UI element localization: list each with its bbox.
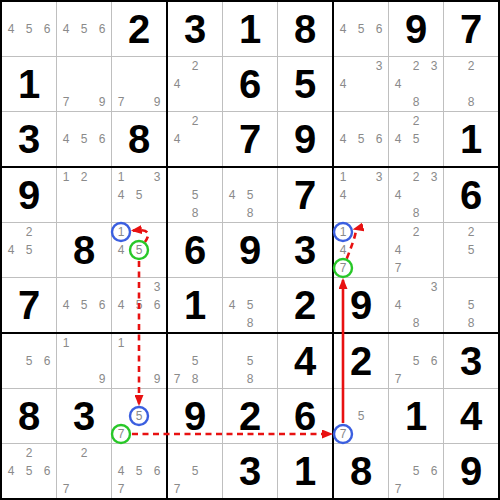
candidate-7: 7 xyxy=(389,480,407,498)
cell-r7c3[interactable]: 19 xyxy=(112,334,166,388)
cell-r8c4[interactable]: 9 xyxy=(168,389,222,443)
cell-r5c1[interactable]: 245 xyxy=(2,223,56,277)
cell-r8c1[interactable]: 8 xyxy=(2,389,56,443)
candidate-1: 1 xyxy=(57,334,75,352)
cell-r7c7[interactable]: 2 xyxy=(334,334,388,388)
cell-r1c3[interactable]: 2 xyxy=(112,2,166,56)
candidate-8: 8 xyxy=(241,314,259,332)
candidate-4: 4 xyxy=(334,186,352,204)
candidate-8: 8 xyxy=(186,204,204,222)
candidate-6: 6 xyxy=(370,20,388,38)
cell-value: 9 xyxy=(278,112,332,166)
cell-r8c5[interactable]: 2 xyxy=(223,389,277,443)
candidate-5: 5 xyxy=(352,130,370,148)
candidate-1: 1 xyxy=(112,223,130,241)
candidate-2: 2 xyxy=(407,223,425,241)
candidate-3: 3 xyxy=(425,57,443,75)
cell-r9c9[interactable]: 9 xyxy=(444,444,498,498)
cell-r4c5[interactable]: 458 xyxy=(223,168,277,222)
candidate-3: 3 xyxy=(370,168,388,186)
candidate-5: 5 xyxy=(241,296,259,314)
candidate-4: 4 xyxy=(112,241,130,259)
cell-r3c7[interactable]: 456 xyxy=(334,112,388,166)
candidate-8: 8 xyxy=(186,370,204,388)
candidate-8: 8 xyxy=(462,93,480,111)
cell-r3c9[interactable]: 1 xyxy=(444,112,498,166)
candidate-1: 1 xyxy=(57,168,75,186)
cell-r4c3[interactable]: 1345 xyxy=(112,168,166,222)
cell-value: 7 xyxy=(2,278,56,332)
candidate-4: 4 xyxy=(223,296,241,314)
cell-r5c2[interactable]: 8 xyxy=(57,223,111,277)
cell-r9c7[interactable]: 8 xyxy=(334,444,388,498)
candidate-2: 2 xyxy=(407,57,425,75)
candidate-7: 7 xyxy=(168,370,186,388)
cell-r7c1[interactable]: 56 xyxy=(2,334,56,388)
cell-value: 9 xyxy=(168,389,222,443)
candidate-5: 5 xyxy=(186,352,204,370)
candidate-8: 8 xyxy=(407,314,425,332)
candidate-5: 5 xyxy=(462,296,480,314)
cell-r4c8[interactable]: 2348 xyxy=(389,168,443,222)
candidate-1: 1 xyxy=(112,168,130,186)
candidate-7: 7 xyxy=(389,259,407,277)
candidate-1: 1 xyxy=(334,223,352,241)
sudoku-board: 4564562318456971797924653423482834568247… xyxy=(0,0,500,500)
candidate-5: 5 xyxy=(462,241,480,259)
cell-r9c4[interactable]: 57 xyxy=(168,444,222,498)
candidate-2: 2 xyxy=(75,168,93,186)
cell-r1c2[interactable]: 456 xyxy=(57,2,111,56)
cell-r3c1[interactable]: 3 xyxy=(2,112,56,166)
cell-r6c5[interactable]: 458 xyxy=(223,278,277,332)
cell-value: 3 xyxy=(278,223,332,277)
candidate-6: 6 xyxy=(425,462,443,480)
cell-value: 6 xyxy=(278,389,332,443)
cell-r5c3[interactable]: 145 xyxy=(112,223,166,277)
candidate-4: 4 xyxy=(112,296,130,314)
cell-r2c6[interactable]: 5 xyxy=(278,57,332,111)
cell-r5c7[interactable]: 147 xyxy=(334,223,388,277)
cell-r6c9[interactable]: 58 xyxy=(444,278,498,332)
cell-r5c4[interactable]: 6 xyxy=(168,223,222,277)
cell-r6c3[interactable]: 3456 xyxy=(112,278,166,332)
candidate-4: 4 xyxy=(334,75,352,93)
candidate-4: 4 xyxy=(57,296,75,314)
candidate-7: 7 xyxy=(334,259,352,277)
cell-value: 1 xyxy=(2,57,56,111)
candidate-5: 5 xyxy=(20,20,38,38)
candidate-5: 5 xyxy=(407,130,425,148)
candidate-8: 8 xyxy=(407,93,425,111)
cell-value: 6 xyxy=(444,168,498,222)
cell-r2c5[interactable]: 6 xyxy=(223,57,277,111)
cell-value: 2 xyxy=(334,334,388,388)
cell-r1c4[interactable]: 3 xyxy=(168,2,222,56)
candidate-2: 2 xyxy=(186,57,204,75)
candidate-5: 5 xyxy=(130,186,148,204)
candidate-5: 5 xyxy=(20,352,38,370)
cell-r5c5[interactable]: 9 xyxy=(223,223,277,277)
cell-value: 1 xyxy=(444,112,498,166)
candidate-5: 5 xyxy=(20,462,38,480)
cell-r9c6[interactable]: 1 xyxy=(278,444,332,498)
cell-r1c6[interactable]: 8 xyxy=(278,2,332,56)
cell-r3c6[interactable]: 9 xyxy=(278,112,332,166)
candidate-4: 4 xyxy=(57,20,75,38)
candidate-5: 5 xyxy=(75,20,93,38)
candidate-7: 7 xyxy=(112,425,130,443)
cell-value: 4 xyxy=(444,389,498,443)
candidate-5: 5 xyxy=(130,407,148,425)
candidate-9: 9 xyxy=(148,370,166,388)
cell-r2c8[interactable]: 2348 xyxy=(389,57,443,111)
candidate-1: 1 xyxy=(334,168,352,186)
cell-value: 7 xyxy=(444,2,498,56)
candidate-6: 6 xyxy=(38,462,56,480)
cell-r3c8[interactable]: 245 xyxy=(389,112,443,166)
cell-r7c2[interactable]: 19 xyxy=(57,334,111,388)
candidate-3: 3 xyxy=(425,168,443,186)
candidate-8: 8 xyxy=(241,370,259,388)
candidate-6: 6 xyxy=(93,20,111,38)
candidate-6: 6 xyxy=(425,352,443,370)
candidate-5: 5 xyxy=(352,407,370,425)
candidate-4: 4 xyxy=(112,462,130,480)
candidate-4: 4 xyxy=(223,186,241,204)
candidate-3: 3 xyxy=(425,278,443,296)
cell-r7c6[interactable]: 4 xyxy=(278,334,332,388)
cell-r8c8[interactable]: 1 xyxy=(389,389,443,443)
candidate-6: 6 xyxy=(93,296,111,314)
cell-r1c8[interactable]: 9 xyxy=(389,2,443,56)
cell-r7c9[interactable]: 3 xyxy=(444,334,498,388)
candidate-6: 6 xyxy=(148,462,166,480)
candidate-5: 5 xyxy=(407,462,425,480)
candidate-4: 4 xyxy=(168,75,186,93)
cell-r4c7[interactable]: 134 xyxy=(334,168,388,222)
candidate-7: 7 xyxy=(334,425,352,443)
cell-value: 9 xyxy=(223,223,277,277)
cell-r3c5[interactable]: 7 xyxy=(223,112,277,166)
cell-value: 9 xyxy=(334,278,388,332)
cell-r7c4[interactable]: 578 xyxy=(168,334,222,388)
cell-value: 1 xyxy=(168,278,222,332)
candidate-4: 4 xyxy=(334,241,352,259)
cell-r1c1[interactable]: 456 xyxy=(2,2,56,56)
candidate-4: 4 xyxy=(389,75,407,93)
candidate-8: 8 xyxy=(407,204,425,222)
cell-r8c6[interactable]: 6 xyxy=(278,389,332,443)
cell-r7c8[interactable]: 567 xyxy=(389,334,443,388)
cell-value: 8 xyxy=(57,223,111,277)
candidate-3: 3 xyxy=(370,57,388,75)
candidate-4: 4 xyxy=(2,462,20,480)
cell-value: 8 xyxy=(334,444,388,498)
candidate-2: 2 xyxy=(462,223,480,241)
cell-r8c9[interactable]: 4 xyxy=(444,389,498,443)
candidate-7: 7 xyxy=(57,93,75,111)
candidate-7: 7 xyxy=(168,480,186,498)
cell-r2c7[interactable]: 34 xyxy=(334,57,388,111)
candidate-5: 5 xyxy=(75,130,93,148)
cell-r8c7[interactable]: 57 xyxy=(334,389,388,443)
candidate-5: 5 xyxy=(186,186,204,204)
candidate-4: 4 xyxy=(334,20,352,38)
candidate-4: 4 xyxy=(2,241,20,259)
cell-value: 5 xyxy=(278,57,332,111)
candidate-2: 2 xyxy=(75,444,93,462)
cell-r5c8[interactable]: 247 xyxy=(389,223,443,277)
cell-r6c6[interactable]: 2 xyxy=(278,278,332,332)
cell-value: 8 xyxy=(2,389,56,443)
cell-value: 9 xyxy=(389,2,443,56)
cell-value: 1 xyxy=(278,444,332,498)
cell-value: 2 xyxy=(278,278,332,332)
cell-value: 1 xyxy=(389,389,443,443)
candidate-9: 9 xyxy=(148,93,166,111)
cell-r4c1[interactable]: 9 xyxy=(2,168,56,222)
candidate-5: 5 xyxy=(186,462,204,480)
candidate-7: 7 xyxy=(389,370,407,388)
cell-r6c1[interactable]: 7 xyxy=(2,278,56,332)
candidate-5: 5 xyxy=(75,296,93,314)
candidate-7: 7 xyxy=(57,480,75,498)
candidate-6: 6 xyxy=(148,296,166,314)
candidate-9: 9 xyxy=(93,370,111,388)
candidate-4: 4 xyxy=(389,186,407,204)
candidate-4: 4 xyxy=(334,130,352,148)
cell-value: 6 xyxy=(223,57,277,111)
candidate-2: 2 xyxy=(20,223,38,241)
cell-r8c2[interactable]: 3 xyxy=(57,389,111,443)
candidate-3: 3 xyxy=(148,278,166,296)
candidate-6: 6 xyxy=(370,130,388,148)
candidate-4: 4 xyxy=(2,20,20,38)
cell-value: 9 xyxy=(444,444,498,498)
cell-r2c9[interactable]: 28 xyxy=(444,57,498,111)
cell-r3c3[interactable]: 8 xyxy=(112,112,166,166)
cell-value: 2 xyxy=(223,389,277,443)
cell-r1c9[interactable]: 7 xyxy=(444,2,498,56)
cell-value: 3 xyxy=(2,112,56,166)
cell-r6c7[interactable]: 9 xyxy=(334,278,388,332)
candidate-6: 6 xyxy=(38,352,56,370)
cell-r9c3[interactable]: 4567 xyxy=(112,444,166,498)
cell-value: 8 xyxy=(278,2,332,56)
cell-value: 7 xyxy=(278,168,332,222)
cell-value: 8 xyxy=(112,112,166,166)
candidate-5: 5 xyxy=(241,352,259,370)
candidate-5: 5 xyxy=(130,296,148,314)
cell-r2c2[interactable]: 79 xyxy=(57,57,111,111)
candidate-4: 4 xyxy=(389,296,407,314)
cell-r3c2[interactable]: 456 xyxy=(57,112,111,166)
cell-value: 3 xyxy=(168,2,222,56)
cell-value: 2 xyxy=(112,2,166,56)
cell-value: 7 xyxy=(223,112,277,166)
cell-value: 3 xyxy=(57,389,111,443)
cell-r9c2[interactable]: 27 xyxy=(57,444,111,498)
cell-r9c1[interactable]: 2456 xyxy=(2,444,56,498)
candidate-5: 5 xyxy=(352,20,370,38)
candidate-5: 5 xyxy=(407,352,425,370)
candidate-2: 2 xyxy=(407,112,425,130)
candidate-5: 5 xyxy=(130,241,148,259)
cell-r6c2[interactable]: 456 xyxy=(57,278,111,332)
candidate-8: 8 xyxy=(462,314,480,332)
cell-r9c5[interactable]: 3 xyxy=(223,444,277,498)
cell-r3c4[interactable]: 24 xyxy=(168,112,222,166)
candidate-5: 5 xyxy=(241,186,259,204)
cell-r8c3[interactable]: 57 xyxy=(112,389,166,443)
candidate-9: 9 xyxy=(93,93,111,111)
cell-value: 3 xyxy=(223,444,277,498)
candidate-4: 4 xyxy=(389,130,407,148)
candidate-4: 4 xyxy=(112,186,130,204)
candidate-2: 2 xyxy=(186,112,204,130)
cell-r4c6[interactable]: 7 xyxy=(278,168,332,222)
cell-value: 3 xyxy=(444,334,498,388)
cell-r7c5[interactable]: 58 xyxy=(223,334,277,388)
cell-r2c1[interactable]: 1 xyxy=(2,57,56,111)
cell-r6c8[interactable]: 348 xyxy=(389,278,443,332)
candidate-2: 2 xyxy=(20,444,38,462)
cell-value: 4 xyxy=(278,334,332,388)
candidate-2: 2 xyxy=(462,57,480,75)
cell-r2c3[interactable]: 79 xyxy=(112,57,166,111)
candidate-2: 2 xyxy=(407,168,425,186)
cell-value: 1 xyxy=(223,2,277,56)
cell-r2c4[interactable]: 24 xyxy=(168,57,222,111)
cell-r4c4[interactable]: 58 xyxy=(168,168,222,222)
cell-r5c6[interactable]: 3 xyxy=(278,223,332,277)
candidate-7: 7 xyxy=(112,480,130,498)
candidate-4: 4 xyxy=(168,130,186,148)
candidate-8: 8 xyxy=(241,204,259,222)
candidate-6: 6 xyxy=(93,130,111,148)
candidate-4: 4 xyxy=(389,241,407,259)
cell-r9c8[interactable]: 567 xyxy=(389,444,443,498)
cell-r4c2[interactable]: 12 xyxy=(57,168,111,222)
candidate-5: 5 xyxy=(20,241,38,259)
cell-r1c7[interactable]: 456 xyxy=(334,2,388,56)
candidate-4: 4 xyxy=(57,130,75,148)
cell-r1c5[interactable]: 1 xyxy=(223,2,277,56)
cell-r5c9[interactable]: 25 xyxy=(444,223,498,277)
candidate-7: 7 xyxy=(112,93,130,111)
candidate-6: 6 xyxy=(38,20,56,38)
cell-value: 6 xyxy=(168,223,222,277)
cell-value: 9 xyxy=(2,168,56,222)
cell-r6c4[interactable]: 1 xyxy=(168,278,222,332)
candidate-1: 1 xyxy=(112,334,130,352)
candidate-3: 3 xyxy=(148,168,166,186)
candidate-5: 5 xyxy=(130,462,148,480)
cell-r4c9[interactable]: 6 xyxy=(444,168,498,222)
